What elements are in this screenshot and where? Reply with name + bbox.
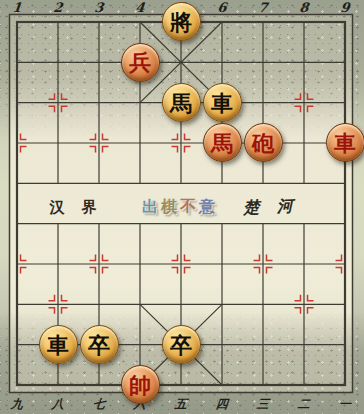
point-7-7[interactable]: [243, 244, 284, 284]
point-6-8[interactable]: [202, 284, 243, 324]
point-2-1[interactable]: [38, 2, 79, 42]
point-5-8[interactable]: [161, 284, 202, 324]
point-9-2[interactable]: [325, 42, 364, 82]
point-4-10[interactable]: 帥: [120, 365, 161, 405]
point-4-4[interactable]: [120, 123, 161, 163]
piece-character: 將: [170, 11, 192, 33]
point-3-9[interactable]: 卒: [79, 324, 120, 364]
piece-character: 車: [47, 334, 69, 356]
point-2-8[interactable]: [38, 284, 79, 324]
point-7-3[interactable]: [243, 82, 284, 122]
point-4-7[interactable]: [120, 244, 161, 284]
point-4-6[interactable]: [120, 203, 161, 243]
point-2-5[interactable]: [38, 163, 79, 203]
point-1-3[interactable]: [0, 82, 38, 122]
point-9-10[interactable]: [325, 365, 364, 405]
black-horse[interactable]: 馬: [162, 83, 201, 122]
point-9-6[interactable]: [325, 203, 364, 243]
point-8-7[interactable]: [284, 244, 325, 284]
point-3-4[interactable]: [79, 123, 120, 163]
point-2-4[interactable]: [38, 123, 79, 163]
black-general[interactable]: 將: [162, 2, 201, 41]
point-7-9[interactable]: [243, 324, 284, 364]
xiangqi-board-screen: 123456789 九八七六五四三二一 汉 界 出棋不意 楚 河 將兵馬車馬砲車…: [0, 0, 364, 414]
black-soldier[interactable]: 卒: [162, 325, 201, 364]
point-7-8[interactable]: [243, 284, 284, 324]
point-8-2[interactable]: [284, 42, 325, 82]
point-8-3[interactable]: [284, 82, 325, 122]
point-7-6[interactable]: [243, 203, 284, 243]
point-9-4[interactable]: 車: [325, 123, 364, 163]
point-3-10[interactable]: [79, 365, 120, 405]
board-intersections: 將兵馬車馬砲車車卒卒帥: [0, 2, 364, 405]
point-6-9[interactable]: [202, 324, 243, 364]
red-cannon[interactable]: 砲: [244, 123, 283, 162]
point-1-8[interactable]: [0, 284, 38, 324]
point-7-10[interactable]: [243, 365, 284, 405]
point-3-8[interactable]: [79, 284, 120, 324]
piece-character: 車: [334, 132, 356, 154]
point-5-1[interactable]: 將: [161, 2, 202, 42]
point-8-9[interactable]: [284, 324, 325, 364]
point-6-2[interactable]: [202, 42, 243, 82]
point-4-9[interactable]: [120, 324, 161, 364]
point-1-6[interactable]: [0, 203, 38, 243]
point-7-5[interactable]: [243, 163, 284, 203]
point-5-4[interactable]: [161, 123, 202, 163]
point-6-5[interactable]: [202, 163, 243, 203]
point-5-5[interactable]: [161, 163, 202, 203]
red-horse[interactable]: 馬: [203, 123, 242, 162]
piece-character: 卒: [88, 334, 110, 356]
point-1-7[interactable]: [0, 244, 38, 284]
point-8-6[interactable]: [284, 203, 325, 243]
point-3-6[interactable]: [79, 203, 120, 243]
point-5-9[interactable]: 卒: [161, 324, 202, 364]
point-3-2[interactable]: [79, 42, 120, 82]
point-4-8[interactable]: [120, 284, 161, 324]
black-chariot[interactable]: 車: [39, 325, 78, 364]
point-3-7[interactable]: [79, 244, 120, 284]
point-1-1[interactable]: [0, 2, 38, 42]
black-chariot[interactable]: 車: [203, 83, 242, 122]
piece-character: 卒: [170, 334, 192, 356]
point-9-3[interactable]: [325, 82, 364, 122]
point-2-9[interactable]: 車: [38, 324, 79, 364]
point-2-7[interactable]: [38, 244, 79, 284]
point-5-6[interactable]: [161, 203, 202, 243]
point-5-7[interactable]: [161, 244, 202, 284]
point-3-5[interactable]: [79, 163, 120, 203]
piece-character: 兵: [129, 51, 151, 73]
point-4-2[interactable]: 兵: [120, 42, 161, 82]
point-9-5[interactable]: [325, 163, 364, 203]
red-chariot[interactable]: 車: [326, 123, 364, 162]
point-9-1[interactable]: [325, 2, 364, 42]
piece-character: 砲: [252, 132, 274, 154]
piece-character: 馬: [170, 92, 192, 114]
point-1-5[interactable]: [0, 163, 38, 203]
point-1-9[interactable]: [0, 324, 38, 364]
red-soldier[interactable]: 兵: [121, 43, 160, 82]
point-7-4[interactable]: 砲: [243, 123, 284, 163]
point-6-7[interactable]: [202, 244, 243, 284]
point-8-1[interactable]: [284, 2, 325, 42]
point-8-5[interactable]: [284, 163, 325, 203]
point-5-10[interactable]: [161, 365, 202, 405]
red-general[interactable]: 帥: [121, 365, 160, 404]
point-2-6[interactable]: [38, 203, 79, 243]
point-7-1[interactable]: [243, 2, 284, 42]
point-6-6[interactable]: [202, 203, 243, 243]
piece-character: 馬: [211, 132, 233, 154]
point-1-2[interactable]: [0, 42, 38, 82]
point-8-4[interactable]: [284, 123, 325, 163]
point-2-3[interactable]: [38, 82, 79, 122]
point-9-8[interactable]: [325, 284, 364, 324]
point-8-10[interactable]: [284, 365, 325, 405]
piece-character: 帥: [129, 374, 151, 396]
point-2-2[interactable]: [38, 42, 79, 82]
point-6-4[interactable]: 馬: [202, 123, 243, 163]
point-4-1[interactable]: [120, 2, 161, 42]
point-3-1[interactable]: [79, 2, 120, 42]
point-4-5[interactable]: [120, 163, 161, 203]
point-8-8[interactable]: [284, 284, 325, 324]
point-6-10[interactable]: [202, 365, 243, 405]
point-3-3[interactable]: [79, 82, 120, 122]
black-soldier[interactable]: 卒: [80, 325, 119, 364]
point-5-2[interactable]: [161, 42, 202, 82]
point-5-3[interactable]: 馬: [161, 82, 202, 122]
point-6-3[interactable]: 車: [202, 82, 243, 122]
point-9-9[interactable]: [325, 324, 364, 364]
point-4-3[interactable]: [120, 82, 161, 122]
point-2-10[interactable]: [38, 365, 79, 405]
point-1-4[interactable]: [0, 123, 38, 163]
point-1-10[interactable]: [0, 365, 38, 405]
point-6-1[interactable]: [202, 2, 243, 42]
point-9-7[interactable]: [325, 244, 364, 284]
point-7-2[interactable]: [243, 42, 284, 82]
piece-character: 車: [211, 92, 233, 114]
